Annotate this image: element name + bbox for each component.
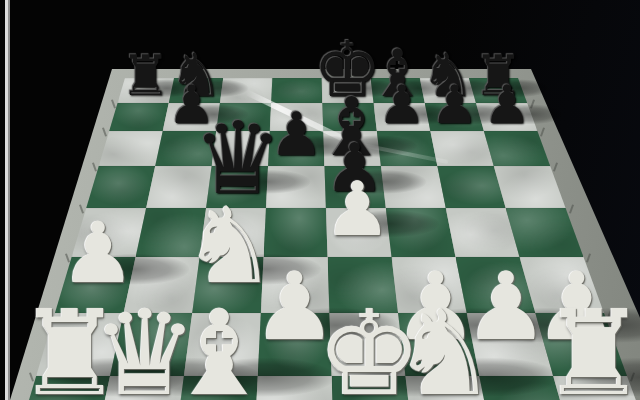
piece-white-bishop-c1[interactable]: ♝ [167,294,273,400]
piece-white-pawn-e4[interactable]: ♟ [324,172,391,247]
piece-white-rook-h1[interactable]: ♜ [541,294,640,400]
piece-black-pawn-g7[interactable]: ♟ [431,78,479,131]
piece-black-rook-a8[interactable]: ♜ [121,48,171,104]
chess-app-window: ♜♞♚♝♞♜♟♟♟♟♟♝♛♟♟♟♞♟♟♟♟♜♛♝♚♞♜ [0,0,640,400]
piece-black-pawn-h7[interactable]: ♟ [483,78,531,131]
square-a6[interactable] [99,131,163,166]
piece-white-pawn-a3[interactable]: ♟ [61,211,136,295]
window-left-edge-shadow [8,0,10,400]
piece-white-knight-f1[interactable]: ♞ [391,294,497,400]
square-g5[interactable] [437,166,505,208]
